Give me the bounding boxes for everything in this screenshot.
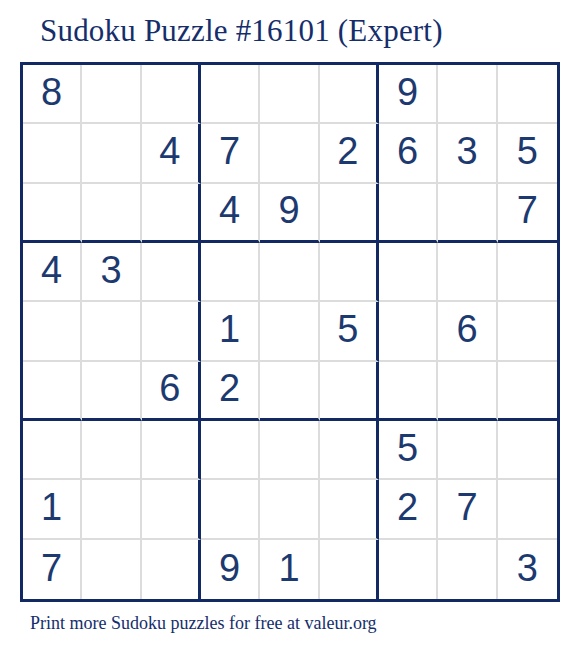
cell-r6c3: 6 xyxy=(142,362,201,421)
cell-r1c7: 9 xyxy=(379,65,438,124)
cell-r7c6 xyxy=(320,421,379,480)
cell-r4c1: 4 xyxy=(23,243,82,302)
cell-r2c5 xyxy=(260,124,319,183)
cell-r5c5 xyxy=(260,302,319,361)
cell-r7c7: 5 xyxy=(379,421,438,480)
cell-r4c2: 3 xyxy=(82,243,141,302)
cell-r4c4 xyxy=(201,243,260,302)
cell-r5c2 xyxy=(82,302,141,361)
cell-r8c1: 1 xyxy=(23,480,82,539)
cell-r4c7 xyxy=(379,243,438,302)
cell-r1c9 xyxy=(498,65,557,124)
cell-r6c6 xyxy=(320,362,379,421)
cell-r3c5: 9 xyxy=(260,184,319,243)
cell-r7c9 xyxy=(498,421,557,480)
cell-r2c7: 6 xyxy=(379,124,438,183)
cell-r6c7 xyxy=(379,362,438,421)
cell-r2c8: 3 xyxy=(438,124,497,183)
cell-r2c6: 2 xyxy=(320,124,379,183)
cell-r3c6 xyxy=(320,184,379,243)
cell-r8c8: 7 xyxy=(438,480,497,539)
cell-r9c3 xyxy=(142,540,201,599)
cell-r6c4: 2 xyxy=(201,362,260,421)
footer-text: Print more Sudoku puzzles for free at va… xyxy=(30,613,377,634)
cell-r5c3 xyxy=(142,302,201,361)
cell-r7c5 xyxy=(260,421,319,480)
cell-r1c5 xyxy=(260,65,319,124)
cell-r7c2 xyxy=(82,421,141,480)
cell-r9c9: 3 xyxy=(498,540,557,599)
cell-r9c8 xyxy=(438,540,497,599)
cell-r8c6 xyxy=(320,480,379,539)
cell-r6c2 xyxy=(82,362,141,421)
cell-r1c1: 8 xyxy=(23,65,82,124)
cell-r7c4 xyxy=(201,421,260,480)
cell-r3c3 xyxy=(142,184,201,243)
cell-r9c1: 7 xyxy=(23,540,82,599)
cell-r1c3 xyxy=(142,65,201,124)
cell-r7c3 xyxy=(142,421,201,480)
cell-r8c4 xyxy=(201,480,260,539)
cell-r4c3 xyxy=(142,243,201,302)
cell-r4c9 xyxy=(498,243,557,302)
cell-r5c4: 1 xyxy=(201,302,260,361)
cell-r3c2 xyxy=(82,184,141,243)
cell-r6c9 xyxy=(498,362,557,421)
cell-r1c8 xyxy=(438,65,497,124)
sudoku-board: 89472635497431566251277913 xyxy=(20,62,560,602)
cell-r8c5 xyxy=(260,480,319,539)
cell-r7c8 xyxy=(438,421,497,480)
cell-r5c7 xyxy=(379,302,438,361)
cell-r5c9 xyxy=(498,302,557,361)
cell-r3c7 xyxy=(379,184,438,243)
cell-r3c8 xyxy=(438,184,497,243)
cell-r1c6 xyxy=(320,65,379,124)
cell-r3c9: 7 xyxy=(498,184,557,243)
cell-r8c9 xyxy=(498,480,557,539)
cell-r8c7: 2 xyxy=(379,480,438,539)
cell-r9c6 xyxy=(320,540,379,599)
cell-r9c2 xyxy=(82,540,141,599)
cell-r5c8: 6 xyxy=(438,302,497,361)
cell-r6c1 xyxy=(23,362,82,421)
cell-r4c6 xyxy=(320,243,379,302)
cell-r5c1 xyxy=(23,302,82,361)
cell-r3c4: 4 xyxy=(201,184,260,243)
cell-r1c2 xyxy=(82,65,141,124)
cell-r9c4: 9 xyxy=(201,540,260,599)
cell-r4c8 xyxy=(438,243,497,302)
cell-r3c1 xyxy=(23,184,82,243)
cell-r6c5 xyxy=(260,362,319,421)
cell-r2c1 xyxy=(23,124,82,183)
cell-r7c1 xyxy=(23,421,82,480)
cell-r4c5 xyxy=(260,243,319,302)
cell-r6c8 xyxy=(438,362,497,421)
cell-r2c3: 4 xyxy=(142,124,201,183)
cell-r9c5: 1 xyxy=(260,540,319,599)
cell-r8c3 xyxy=(142,480,201,539)
cell-r5c6: 5 xyxy=(320,302,379,361)
cell-r8c2 xyxy=(82,480,141,539)
cell-r1c4 xyxy=(201,65,260,124)
cell-r2c9: 5 xyxy=(498,124,557,183)
cell-r2c2 xyxy=(82,124,141,183)
page-title: Sudoku Puzzle #16101 (Expert) xyxy=(40,14,580,48)
cell-r2c4: 7 xyxy=(201,124,260,183)
cell-r9c7 xyxy=(379,540,438,599)
